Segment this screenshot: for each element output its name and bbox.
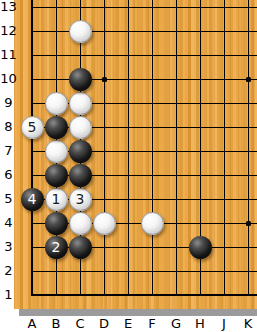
intersection-C5[interactable]: 3 bbox=[68, 187, 92, 211]
white-stone-B5[interactable]: 1 bbox=[45, 188, 68, 211]
hoshi-point-K4 bbox=[236, 211, 257, 235]
white-stone-B9[interactable] bbox=[45, 92, 68, 115]
intersection-C8[interactable] bbox=[68, 115, 92, 139]
star-point-icon bbox=[246, 221, 251, 226]
column-label-C: C bbox=[71, 316, 89, 332]
intersection-C12[interactable] bbox=[68, 19, 92, 43]
white-stone-C12[interactable] bbox=[69, 20, 92, 43]
black-stone-B3[interactable]: 2 bbox=[45, 236, 68, 259]
move-number-label: 5 bbox=[28, 120, 37, 134]
black-stone-C3[interactable] bbox=[69, 236, 92, 259]
white-stone-B7[interactable] bbox=[45, 140, 68, 163]
white-stone-C8[interactable] bbox=[69, 116, 92, 139]
row-label-6: 6 bbox=[0, 167, 17, 183]
move-number-label: 3 bbox=[76, 192, 85, 206]
intersection-B7[interactable] bbox=[44, 139, 68, 163]
intersection-B3[interactable]: 2 bbox=[44, 235, 68, 259]
intersection-B8[interactable] bbox=[44, 115, 68, 139]
row-label-8: 8 bbox=[0, 119, 17, 135]
intersection-B6[interactable] bbox=[44, 163, 68, 187]
white-stone-A8[interactable]: 5 bbox=[21, 116, 44, 139]
intersection-D4[interactable] bbox=[92, 211, 116, 235]
intersection-C6[interactable] bbox=[68, 163, 92, 187]
row-label-2: 2 bbox=[0, 263, 17, 279]
intersection-A5[interactable]: 4 bbox=[20, 187, 44, 211]
star-point-icon bbox=[102, 77, 107, 82]
black-stone-B4[interactable] bbox=[45, 212, 68, 235]
white-stone-C9[interactable] bbox=[69, 92, 92, 115]
row-label-5: 5 bbox=[0, 191, 17, 207]
row-label-3: 3 bbox=[0, 239, 17, 255]
column-label-H: H bbox=[191, 316, 209, 332]
stones-layer: 51342 bbox=[20, 0, 257, 307]
row-label-11: 11 bbox=[0, 47, 17, 63]
column-label-E: E bbox=[119, 316, 137, 332]
black-stone-C7[interactable] bbox=[69, 140, 92, 163]
row-label-12: 12 bbox=[0, 23, 17, 39]
column-label-A: A bbox=[23, 316, 41, 332]
column-label-K: K bbox=[239, 316, 257, 332]
column-label-B: B bbox=[47, 316, 65, 332]
row-label-10: 10 bbox=[0, 71, 17, 87]
column-label-G: G bbox=[167, 316, 185, 332]
move-number-label: 1 bbox=[52, 192, 61, 206]
intersection-B4[interactable] bbox=[44, 211, 68, 235]
intersection-C10[interactable] bbox=[68, 67, 92, 91]
black-stone-C10[interactable] bbox=[69, 68, 92, 91]
intersection-C7[interactable] bbox=[68, 139, 92, 163]
star-point-icon bbox=[246, 77, 251, 82]
move-number-label: 2 bbox=[52, 240, 61, 254]
intersection-F4[interactable] bbox=[140, 211, 164, 235]
board-shadow bbox=[19, 309, 257, 316]
intersection-A8[interactable]: 5 bbox=[20, 115, 44, 139]
black-stone-C6[interactable] bbox=[69, 164, 92, 187]
intersection-B9[interactable] bbox=[44, 91, 68, 115]
black-stone-A5[interactable]: 4 bbox=[21, 188, 44, 211]
row-label-4: 4 bbox=[0, 215, 17, 231]
column-label-D: D bbox=[95, 316, 113, 332]
intersection-C4[interactable] bbox=[68, 211, 92, 235]
row-label-9: 9 bbox=[0, 95, 17, 111]
column-label-J: J bbox=[215, 316, 233, 332]
row-label-13: 13 bbox=[0, 0, 17, 15]
hoshi-point-K10 bbox=[236, 67, 257, 91]
white-stone-D4[interactable] bbox=[93, 212, 116, 235]
intersection-H3[interactable] bbox=[188, 235, 212, 259]
white-stone-C4[interactable] bbox=[69, 212, 92, 235]
row-label-7: 7 bbox=[0, 143, 17, 159]
black-stone-B6[interactable] bbox=[45, 164, 68, 187]
hoshi-point-D10 bbox=[92, 67, 116, 91]
intersection-B5[interactable]: 1 bbox=[44, 187, 68, 211]
black-stone-B8[interactable] bbox=[45, 116, 68, 139]
intersection-C9[interactable] bbox=[68, 91, 92, 115]
white-stone-F4[interactable] bbox=[141, 212, 164, 235]
row-label-1: 1 bbox=[0, 287, 17, 303]
move-number-label: 4 bbox=[28, 192, 37, 206]
intersection-C3[interactable] bbox=[68, 235, 92, 259]
column-label-F: F bbox=[143, 316, 161, 332]
go-board-diagram: 51342 13121110987654321 ABCDEFGHJK bbox=[0, 0, 257, 332]
black-stone-H3[interactable] bbox=[189, 236, 212, 259]
white-stone-C5[interactable]: 3 bbox=[69, 188, 92, 211]
